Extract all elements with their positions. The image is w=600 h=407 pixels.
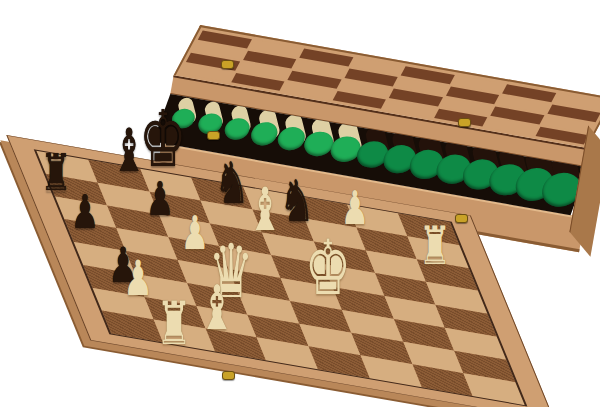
square-h1 <box>464 373 525 405</box>
product-photo-scene: ♜♝♚♞♞♟♟♟♝♟♜♟♚♛♟♝♜ <box>0 0 600 407</box>
brass-latch-icon <box>221 60 234 69</box>
brass-latch-icon <box>458 118 471 127</box>
brass-latch-icon <box>207 131 220 140</box>
brass-latch-icon <box>455 214 468 223</box>
brass-latch-icon <box>222 371 235 380</box>
